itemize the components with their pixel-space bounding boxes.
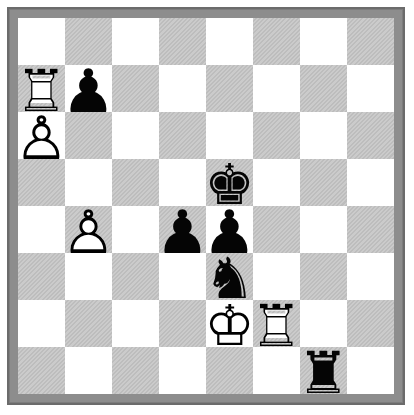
square-a5[interactable] bbox=[18, 159, 65, 206]
chess-board: ♜♖♟♟♙♚♟♙♟♟♞♚♔♜♖♜ bbox=[18, 18, 394, 394]
square-g5[interactable] bbox=[300, 159, 347, 206]
square-f6[interactable] bbox=[253, 112, 300, 159]
square-f2[interactable]: ♜♖ bbox=[253, 300, 300, 347]
square-e8[interactable] bbox=[206, 18, 253, 65]
square-d7[interactable] bbox=[159, 65, 206, 112]
square-c7[interactable] bbox=[112, 65, 159, 112]
square-f5[interactable] bbox=[253, 159, 300, 206]
square-c3[interactable] bbox=[112, 253, 159, 300]
square-a6[interactable]: ♟♙ bbox=[18, 112, 65, 159]
square-d6[interactable] bbox=[159, 112, 206, 159]
square-d3[interactable] bbox=[159, 253, 206, 300]
page: ♜♖♟♟♙♚♟♙♟♟♞♚♔♜♖♜ bbox=[0, 0, 414, 415]
square-c4[interactable] bbox=[112, 206, 159, 253]
square-e2[interactable]: ♚♔ bbox=[206, 300, 253, 347]
square-g7[interactable] bbox=[300, 65, 347, 112]
square-b7[interactable]: ♟ bbox=[65, 65, 112, 112]
black-rook-glyph: ♜ bbox=[298, 344, 350, 402]
white-rook-f2[interactable]: ♜♖ bbox=[251, 297, 303, 355]
square-c5[interactable] bbox=[112, 159, 159, 206]
square-h6[interactable] bbox=[347, 112, 394, 159]
square-d4[interactable]: ♟ bbox=[159, 206, 206, 253]
square-h5[interactable] bbox=[347, 159, 394, 206]
square-f8[interactable] bbox=[253, 18, 300, 65]
white-rook-outline-glyph: ♖ bbox=[251, 297, 303, 355]
square-c6[interactable] bbox=[112, 112, 159, 159]
square-h2[interactable] bbox=[347, 300, 394, 347]
square-h4[interactable] bbox=[347, 206, 394, 253]
square-a3[interactable] bbox=[18, 253, 65, 300]
square-f1[interactable] bbox=[253, 347, 300, 394]
square-g1[interactable]: ♜ bbox=[300, 347, 347, 394]
square-c1[interactable] bbox=[112, 347, 159, 394]
black-rook-g1[interactable]: ♜ bbox=[298, 344, 350, 402]
square-h7[interactable] bbox=[347, 65, 394, 112]
square-b3[interactable] bbox=[65, 253, 112, 300]
square-b2[interactable] bbox=[65, 300, 112, 347]
square-f4[interactable] bbox=[253, 206, 300, 253]
white-king-outline-glyph: ♔ bbox=[204, 298, 254, 354]
square-e7[interactable] bbox=[206, 65, 253, 112]
square-f7[interactable] bbox=[253, 65, 300, 112]
square-g8[interactable] bbox=[300, 18, 347, 65]
square-b1[interactable] bbox=[65, 347, 112, 394]
square-b6[interactable] bbox=[65, 112, 112, 159]
square-h3[interactable] bbox=[347, 253, 394, 300]
square-a1[interactable] bbox=[18, 347, 65, 394]
square-h8[interactable] bbox=[347, 18, 394, 65]
square-g4[interactable] bbox=[300, 206, 347, 253]
square-c8[interactable] bbox=[112, 18, 159, 65]
white-king-e2[interactable]: ♚♔ bbox=[204, 298, 254, 354]
square-d8[interactable] bbox=[159, 18, 206, 65]
square-a4[interactable] bbox=[18, 206, 65, 253]
square-a2[interactable] bbox=[18, 300, 65, 347]
square-e1[interactable] bbox=[206, 347, 253, 394]
square-h1[interactable] bbox=[347, 347, 394, 394]
square-d1[interactable] bbox=[159, 347, 206, 394]
square-g6[interactable] bbox=[300, 112, 347, 159]
square-c2[interactable] bbox=[112, 300, 159, 347]
square-g3[interactable] bbox=[300, 253, 347, 300]
square-d2[interactable] bbox=[159, 300, 206, 347]
board-frame: ♜♖♟♟♙♚♟♙♟♟♞♚♔♜♖♜ bbox=[7, 7, 405, 405]
square-b4[interactable]: ♟♙ bbox=[65, 206, 112, 253]
